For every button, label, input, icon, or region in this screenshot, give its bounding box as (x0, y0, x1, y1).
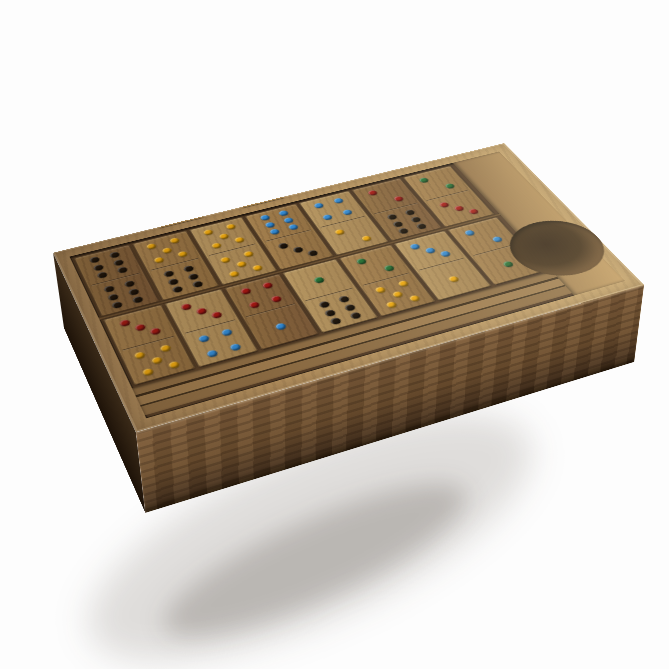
pip-blue (274, 322, 287, 330)
pip-yellow (391, 290, 404, 298)
pip-yellow (142, 367, 155, 376)
pip-red (211, 311, 223, 319)
pip-yellow (408, 294, 421, 302)
pip-black (392, 220, 404, 227)
pip-black (127, 288, 139, 296)
pip-blue (341, 209, 353, 216)
pip-blue (198, 335, 211, 343)
pip-red (134, 323, 146, 331)
pip-black (191, 281, 203, 289)
pip-blue (409, 243, 421, 250)
pip-black (163, 270, 175, 277)
pip-yellow (220, 256, 232, 263)
pip-black (398, 228, 410, 235)
pip-black (403, 209, 415, 216)
pip-green (313, 276, 325, 284)
pip-yellow (242, 251, 254, 258)
pip-black (97, 271, 109, 278)
pip-green (418, 177, 429, 183)
pip-yellow (169, 237, 181, 244)
pip-green (383, 265, 395, 272)
pip-yellow (167, 360, 180, 369)
pip-red (180, 303, 192, 311)
pip-blue (313, 202, 324, 209)
pip-red (149, 327, 161, 335)
pip-yellow (218, 233, 230, 240)
pip-yellow (385, 301, 398, 309)
pip-yellow (235, 260, 247, 267)
pip-blue (277, 210, 288, 217)
pip-blue (491, 236, 503, 243)
pip-yellow (134, 351, 147, 360)
pip-blue (260, 214, 271, 221)
pip-black (108, 293, 120, 301)
pip-black (337, 295, 350, 303)
pip-black (277, 242, 289, 249)
pip-blue (269, 228, 281, 235)
pip-yellow (211, 242, 223, 249)
pip-black (330, 317, 343, 325)
pip-red (468, 208, 480, 215)
pip-blue (265, 221, 277, 228)
pip-red (195, 307, 207, 315)
pip-yellow (225, 224, 236, 231)
pip-black (409, 216, 421, 223)
pip-yellow (153, 256, 165, 263)
pip-yellow (447, 275, 460, 282)
pip-black (89, 256, 101, 263)
pip-black (324, 309, 337, 317)
domino-box (64, 215, 634, 513)
pip-yellow (233, 236, 245, 243)
pip-red (270, 295, 282, 303)
pip-black (187, 273, 199, 280)
pip-green (355, 258, 367, 265)
pip-yellow (251, 264, 263, 271)
pip-black (349, 312, 362, 320)
pip-black (93, 264, 105, 271)
pip-blue (287, 224, 299, 231)
pip-yellow (334, 229, 346, 236)
pip-yellow (146, 243, 158, 250)
pip-yellow (161, 247, 173, 254)
scene (0, 0, 669, 669)
pip-yellow (361, 235, 373, 242)
pip-black (292, 246, 304, 253)
pip-red (438, 202, 450, 209)
pip-green (502, 260, 515, 267)
pip-red (118, 319, 130, 327)
pip-red (393, 196, 405, 202)
pip-blue (220, 329, 233, 337)
pip-black (123, 280, 135, 288)
pip-black (108, 251, 120, 258)
pip-blue (322, 214, 334, 221)
pip-black (168, 278, 180, 286)
pip-black (318, 300, 331, 308)
pip-green (444, 183, 456, 189)
pip-yellow (176, 251, 188, 258)
pip-yellow (397, 280, 410, 288)
pip-red (261, 282, 273, 290)
pip-blue (424, 247, 436, 254)
pip-red (453, 205, 465, 212)
pip-black (343, 303, 356, 311)
pip-red (240, 287, 252, 295)
pip-black (415, 223, 427, 230)
pip-black (131, 296, 143, 304)
pip-red (367, 190, 378, 196)
pip-black (112, 259, 124, 266)
pip-yellow (203, 229, 215, 236)
pip-yellow (228, 270, 240, 277)
pip-black (116, 267, 128, 274)
pip-red (248, 301, 260, 309)
pip-yellow (159, 344, 172, 352)
pip-black (307, 250, 319, 257)
photo-background (0, 0, 669, 669)
pip-blue (463, 229, 475, 236)
pip-yellow (374, 286, 387, 294)
pip-blue (206, 349, 219, 358)
pip-blue (333, 198, 344, 204)
pip-blue (439, 250, 451, 257)
pip-black (182, 265, 194, 272)
pip-black (112, 301, 124, 309)
pip-blue (282, 217, 294, 224)
pip-black (104, 285, 116, 293)
pip-black (386, 213, 398, 220)
pip-yellow (150, 356, 163, 365)
pip-black (172, 286, 184, 294)
pip-blue (229, 343, 242, 351)
